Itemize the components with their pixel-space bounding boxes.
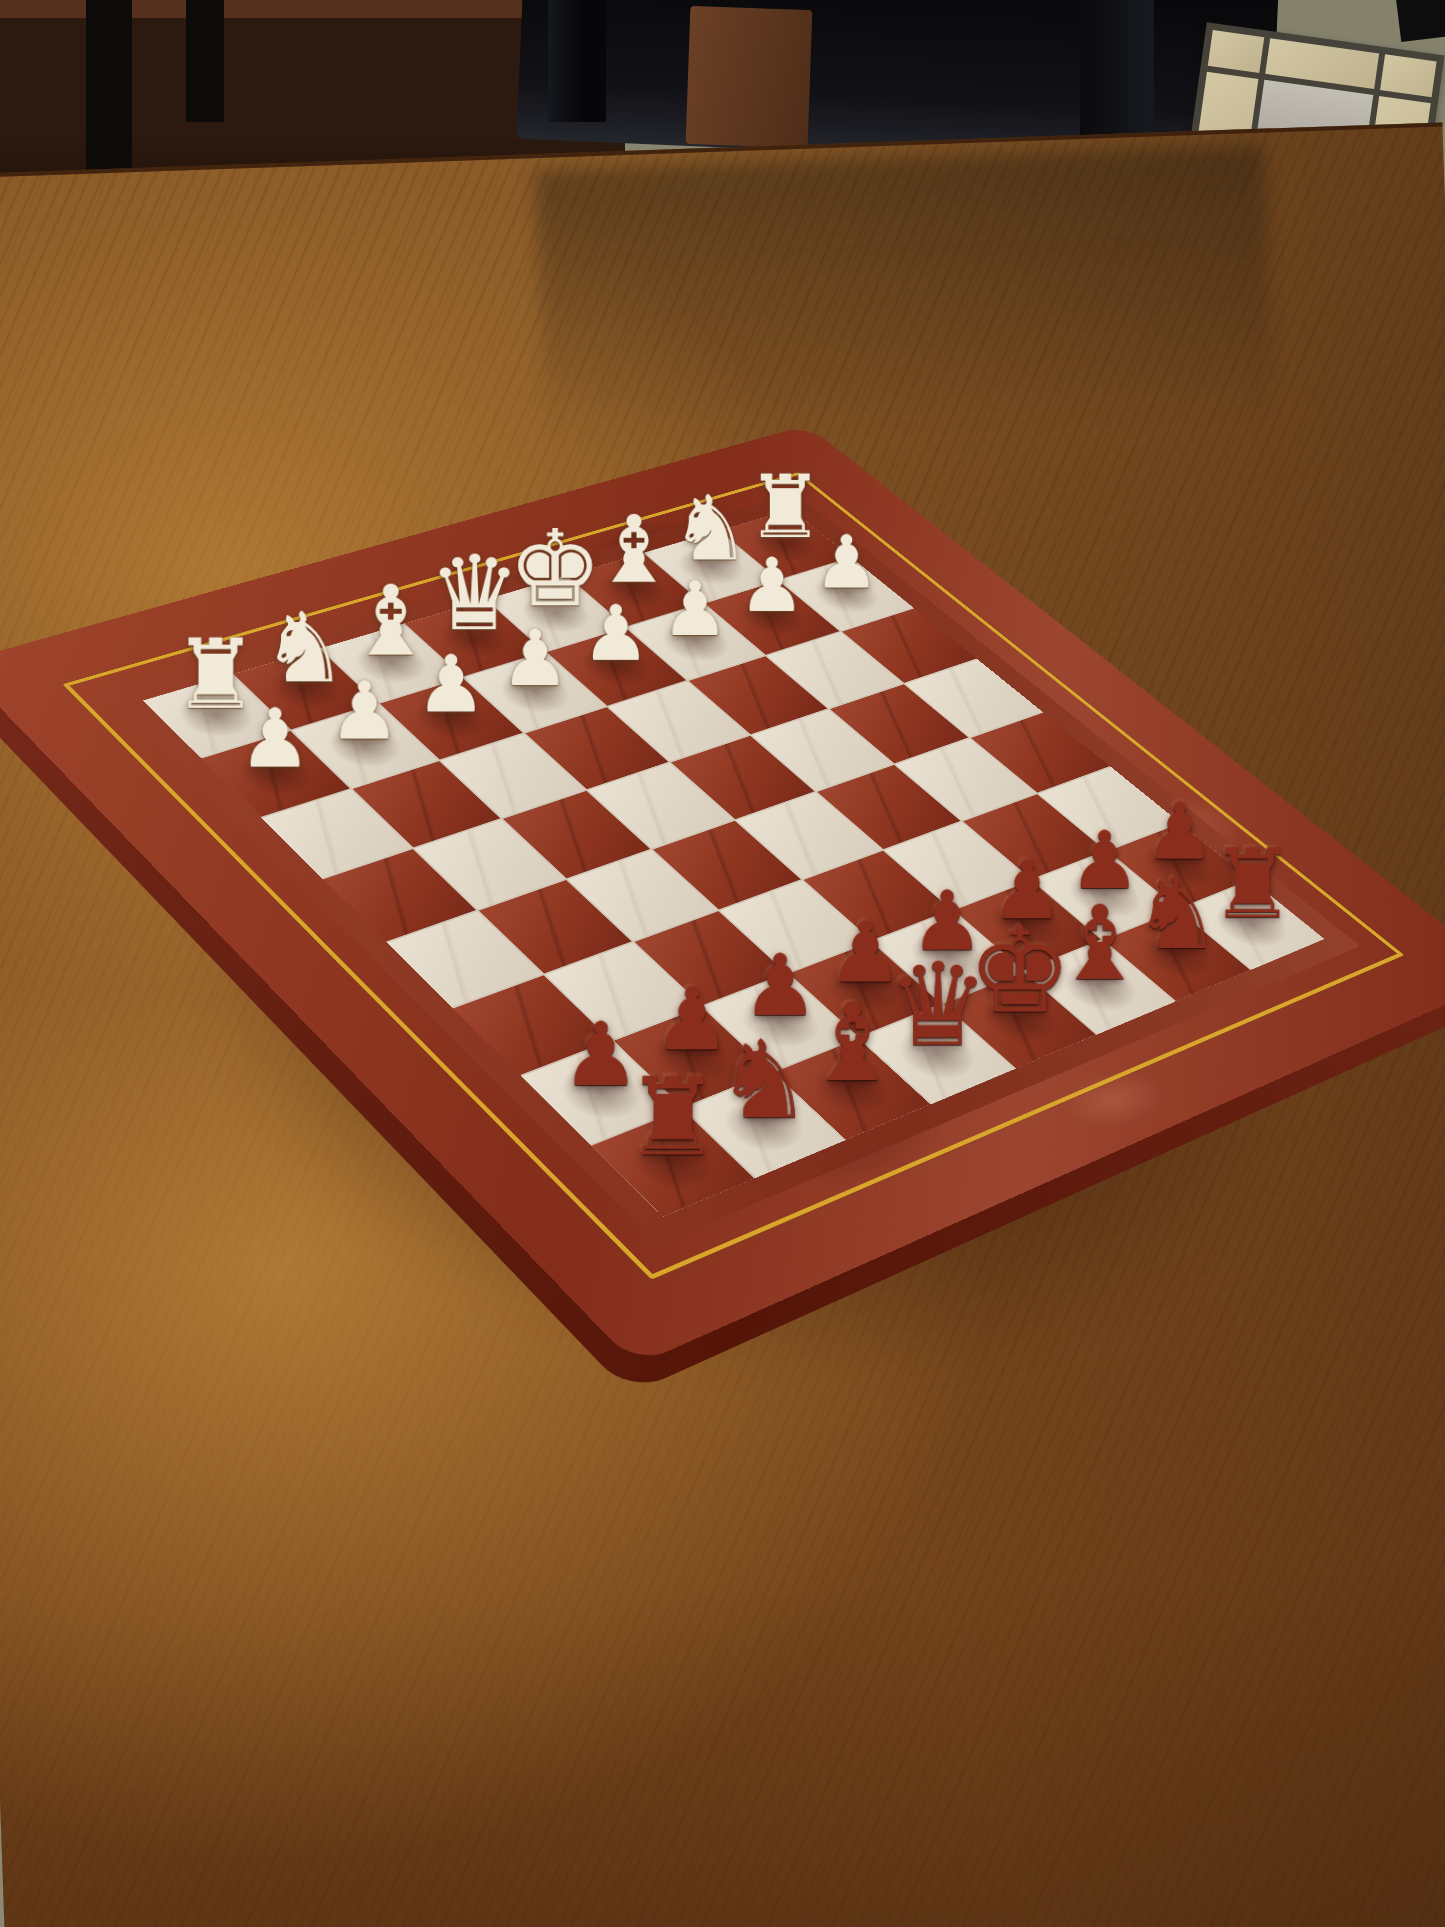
white-pawn: ♟ [582,596,651,673]
frame-panel [1208,30,1265,73]
white-pawn: ♟ [239,698,312,779]
board-square [653,821,800,909]
red-rook: ♜ [625,1063,721,1170]
chair-leg [548,0,606,122]
red-bishop: ♝ [804,989,901,1097]
photo-scene: ♜♞♝♛♚♝♞♜♟♟♟♟♟♟♟♟♟♟♟♟♟♟♟♟♜♞♝♛♚♝♞♜ Photogr… [0,0,1445,1927]
chair-reflection [535,145,1274,450]
white-pawn: ♟ [500,620,570,698]
wood-post [686,6,813,148]
white-pawn: ♟ [329,672,401,752]
board-square [830,684,969,763]
sideboard-leg [186,0,224,122]
white-pawn: ♟ [739,549,806,623]
white-pawn: ♟ [661,572,729,647]
white-pawn: ♟ [416,645,487,724]
dark-furniture-edge [1395,0,1445,42]
frame-panel [1380,54,1437,97]
white-pawn: ♟ [814,526,880,599]
white-rook: ♜ [746,464,824,551]
red-knight: ♞ [716,1026,813,1134]
red-queen: ♛ [886,948,989,1063]
